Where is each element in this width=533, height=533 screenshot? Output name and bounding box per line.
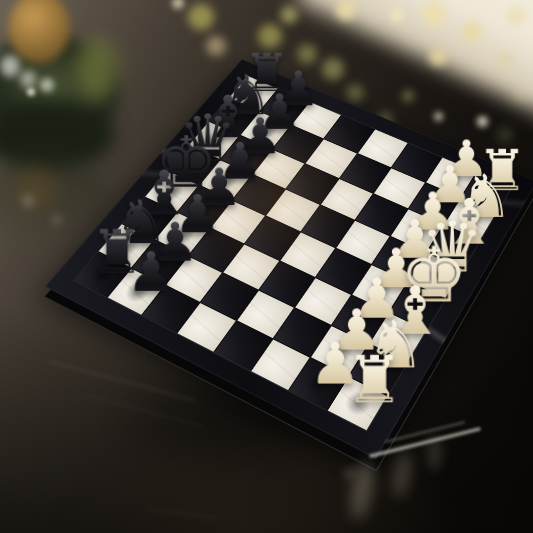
- bokeh-light: [280, 6, 298, 24]
- ornament-speck: [0, 55, 20, 77]
- ornament-speck: [27, 88, 35, 96]
- piece-black-pawn[interactable]: ♟: [111, 245, 193, 299]
- ornament-reflection-speck: [52, 215, 62, 225]
- bokeh-light: [434, 112, 443, 121]
- bokeh-light: [206, 36, 226, 56]
- bokeh-light: [172, 0, 184, 9]
- bokeh-light: [402, 90, 414, 102]
- bokeh-light: [188, 4, 214, 30]
- piece-white-rook[interactable]: ♜: [331, 347, 419, 412]
- ornament-reflection-speck: [22, 195, 34, 207]
- blurred-ornament-base: [0, 100, 115, 170]
- ornament-speck: [20, 70, 36, 88]
- ornament-speck: [40, 78, 54, 92]
- ornament-reflection-gold: [14, 168, 56, 210]
- gold-ornament-top: [8, 0, 70, 64]
- bokeh-light: [346, 84, 364, 102]
- photo-scene: ♜♞♝♚♛♝♞♜♟♟♟♟♟♟♟♟♟♟♟♟♟♟♟♟♜♞♝♚♛♝♞♜: [0, 0, 533, 533]
- square-h1[interactable]: ♜: [328, 377, 387, 430]
- square-e5[interactable]: [245, 217, 299, 260]
- blurred-ornament: [0, 35, 120, 153]
- bokeh-light: [477, 116, 488, 127]
- ornament-highlight: [76, 38, 118, 100]
